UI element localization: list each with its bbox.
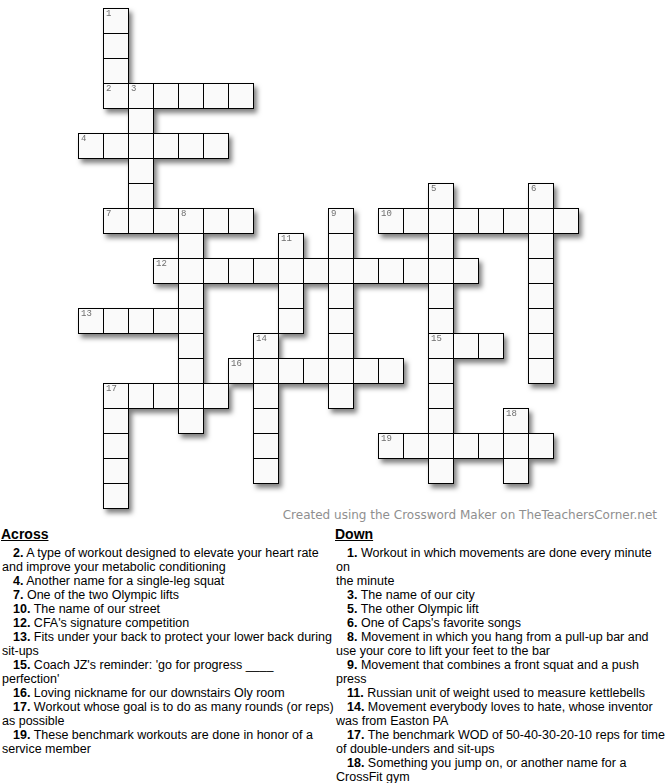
- clue-number: 11.: [347, 686, 364, 700]
- grid-cell[interactable]: [328, 283, 354, 309]
- grid-cell[interactable]: 16: [228, 358, 254, 384]
- clue-text: The benchmark WOD of 50-40-30-20-10 reps…: [364, 728, 665, 742]
- clue-item: 12. CFA's signature competition: [1, 616, 334, 630]
- grid-cell[interactable]: 11: [278, 233, 304, 259]
- clue-number: 18.: [347, 756, 364, 770]
- grid-cell[interactable]: [128, 133, 154, 159]
- grid-cell[interactable]: [528, 283, 554, 309]
- clue-text: These benchmark workouts are done in hon…: [30, 728, 313, 742]
- grid-cell[interactable]: [478, 208, 504, 234]
- grid-cell[interactable]: [178, 258, 204, 284]
- grid-cell[interactable]: [203, 258, 229, 284]
- grid-cell[interactable]: [178, 333, 204, 359]
- clue-text: The other Olympic lift: [357, 602, 478, 616]
- clue-text: and improve your metabolic conditioning: [2, 560, 226, 574]
- grid-cell[interactable]: [178, 358, 204, 384]
- grid-cell[interactable]: [503, 433, 529, 459]
- grid-cell[interactable]: [253, 433, 279, 459]
- grid-cell[interactable]: [403, 208, 429, 234]
- clue-text: One of Caps's favorite songs: [357, 616, 521, 630]
- grid-cell[interactable]: [328, 358, 354, 384]
- cell-number: 6: [531, 185, 536, 194]
- clue-text: The name of our city: [357, 588, 474, 602]
- grid-cell[interactable]: [253, 408, 279, 434]
- grid-cell[interactable]: [453, 333, 479, 359]
- clue-number: 2.: [13, 546, 23, 560]
- clue-item: 16. Loving nickname for our downstairs O…: [1, 686, 334, 700]
- grid-cell[interactable]: [428, 408, 454, 434]
- clue-number: 17.: [347, 728, 364, 742]
- grid-cell[interactable]: 3: [128, 83, 154, 109]
- grid-cell[interactable]: [103, 408, 129, 434]
- clue-text: Fits under your back to protect your low…: [30, 630, 332, 644]
- clue-text: as possible: [2, 714, 65, 728]
- grid-cell[interactable]: [178, 283, 204, 309]
- grid-cell[interactable]: [153, 208, 179, 234]
- clue-item: 11. Russian unit of weight used to measu…: [335, 686, 668, 700]
- grid-cell[interactable]: [178, 383, 204, 409]
- clue-item: 5. The other Olympic lift: [335, 602, 668, 616]
- grid-cell[interactable]: [328, 333, 354, 359]
- clue-text: CFA's signature competition: [30, 616, 189, 630]
- down-clues-section: Down 1. Workout in which movements are d…: [335, 527, 668, 783]
- cell-number: 10: [381, 210, 392, 219]
- cell-number: 3: [131, 85, 136, 94]
- cell-number: 11: [281, 235, 292, 244]
- grid-cell[interactable]: [353, 358, 379, 384]
- grid-cell[interactable]: 19: [378, 433, 404, 459]
- clue-item: 7. One of the two Olympic lifts: [1, 588, 334, 602]
- grid-cell[interactable]: [528, 233, 554, 259]
- clue-text: Workout in which movements are done ever…: [336, 546, 652, 574]
- cell-number: 18: [506, 410, 517, 419]
- grid-cell[interactable]: [253, 358, 279, 384]
- grid-cell[interactable]: [403, 258, 429, 284]
- cell-number: 8: [181, 210, 186, 219]
- grid-cell[interactable]: 15: [428, 333, 454, 359]
- grid-cell[interactable]: 10: [378, 208, 404, 234]
- grid-cell[interactable]: [303, 358, 329, 384]
- clue-item: 9. Movement that combines a front squat …: [335, 658, 668, 686]
- clue-text: service member: [2, 742, 91, 756]
- grid-cell[interactable]: [528, 358, 554, 384]
- grid-cell[interactable]: [103, 483, 129, 509]
- grid-cell[interactable]: [178, 308, 204, 334]
- clue-text: One of the two Olympic lifts: [23, 588, 179, 602]
- cell-number: 13: [81, 310, 92, 319]
- clue-number: 1.: [347, 546, 357, 560]
- grid-cell[interactable]: [428, 283, 454, 309]
- grid-cell[interactable]: [278, 258, 304, 284]
- cell-number: 5: [431, 185, 436, 194]
- grid-cell[interactable]: [378, 258, 404, 284]
- cell-number: 14: [256, 335, 267, 344]
- grid-cell[interactable]: [428, 383, 454, 409]
- grid-cell[interactable]: 8: [178, 208, 204, 234]
- clue-text: the minute: [336, 574, 394, 588]
- grid-cell[interactable]: [528, 208, 554, 234]
- clue-number: 14.: [347, 700, 364, 714]
- clue-item: 14. Movement everybody loves to hate, wh…: [335, 700, 668, 728]
- clue-text: Loving nickname for our downstairs Oly r…: [30, 686, 284, 700]
- grid-cell[interactable]: 4: [78, 133, 104, 159]
- grid-cell[interactable]: [428, 308, 454, 334]
- clue-text: Movement everybody loves to hate, whose …: [364, 700, 652, 714]
- grid-cell[interactable]: [528, 308, 554, 334]
- grid-cell[interactable]: [203, 133, 229, 159]
- clue-item: 19. These benchmark workouts are done in…: [1, 728, 334, 756]
- clue-number: 13.: [13, 630, 30, 644]
- grid-cell[interactable]: 1: [103, 8, 129, 34]
- clue-text: press: [336, 672, 367, 686]
- grid-cell[interactable]: [528, 258, 554, 284]
- grid-cell[interactable]: 7: [103, 208, 129, 234]
- grid-cell[interactable]: [278, 283, 304, 309]
- clue-text: sit-ups: [2, 644, 39, 658]
- grid-cell[interactable]: 17: [103, 383, 129, 409]
- grid-cell[interactable]: [553, 208, 579, 234]
- grid-cell[interactable]: [103, 433, 129, 459]
- clue-number: 9.: [347, 658, 357, 672]
- clue-text: A type of workout designed to elevate yo…: [23, 546, 318, 560]
- grid-cell[interactable]: [328, 258, 354, 284]
- clue-number: 4.: [13, 574, 23, 588]
- attribution-text: Created using the Crossword Maker on The…: [283, 508, 657, 522]
- clue-text: CrossFit gym: [336, 770, 410, 783]
- grid-cell[interactable]: [428, 458, 454, 484]
- grid-cell[interactable]: [153, 83, 179, 109]
- crossword-grid: 12345678910111213141516171819: [78, 8, 605, 535]
- cell-number: 2: [106, 85, 111, 94]
- grid-cell[interactable]: [378, 358, 404, 384]
- cell-number: 4: [81, 135, 86, 144]
- grid-cell[interactable]: 5: [428, 183, 454, 209]
- grid-cell[interactable]: [103, 33, 129, 59]
- grid-cell[interactable]: [428, 358, 454, 384]
- grid-cell[interactable]: [178, 133, 204, 159]
- clue-number: 10.: [13, 602, 30, 616]
- grid-cell[interactable]: [478, 433, 504, 459]
- grid-cell[interactable]: 12: [153, 258, 179, 284]
- grid-cell[interactable]: [453, 208, 479, 234]
- clue-text: Coach JZ's reminder: 'go for progress __…: [2, 658, 273, 686]
- clue-number: 12.: [13, 616, 30, 630]
- clue-number: 6.: [347, 616, 357, 630]
- clue-item: 6. One of Caps's favorite songs: [335, 616, 668, 630]
- grid-cell[interactable]: [128, 383, 154, 409]
- grid-cell[interactable]: [103, 458, 129, 484]
- grid-cell[interactable]: [178, 408, 204, 434]
- across-clues-section: Across 2. A type of workout designed to …: [1, 527, 334, 756]
- grid-cell[interactable]: [328, 233, 354, 259]
- cell-number: 1: [106, 10, 111, 19]
- grid-cell[interactable]: [278, 308, 304, 334]
- clue-item: 1. Workout in which movements are done e…: [335, 546, 668, 588]
- clue-text: Movement that combines a front squat and…: [357, 658, 638, 672]
- clue-item: 13. Fits under your back to protect your…: [1, 630, 334, 658]
- clue-item: 17. Workout whose goal is to do as many …: [1, 700, 334, 728]
- cell-number: 15: [431, 335, 442, 344]
- clue-item: 2. A type of workout designed to elevate…: [1, 546, 334, 574]
- grid-cell[interactable]: [528, 333, 554, 359]
- grid-cell[interactable]: 2: [103, 83, 129, 109]
- clue-text: use your core to lift your feet to the b…: [336, 644, 550, 658]
- clue-item: 8. Movement in which you hang from a pul…: [335, 630, 668, 658]
- grid-cell[interactable]: [153, 308, 179, 334]
- clue-number: 15.: [13, 658, 30, 672]
- cell-number: 9: [331, 210, 336, 219]
- grid-cell[interactable]: [228, 208, 254, 234]
- clue-item: 3. The name of our city: [335, 588, 668, 602]
- grid-cell[interactable]: [103, 133, 129, 159]
- cell-number: 7: [106, 210, 111, 219]
- clue-text: Movement in which you hang from a pull-u…: [357, 630, 648, 644]
- grid-cell[interactable]: [128, 183, 154, 209]
- grid-cell[interactable]: [453, 433, 479, 459]
- grid-cell[interactable]: [128, 208, 154, 234]
- grid-cell[interactable]: [253, 383, 279, 409]
- grid-cell[interactable]: [228, 83, 254, 109]
- clue-item: 4. Another name for a single-leg squat: [1, 574, 334, 588]
- clue-number: 17.: [13, 700, 30, 714]
- grid-cell[interactable]: [178, 233, 204, 259]
- grid-cell[interactable]: [128, 158, 154, 184]
- clue-item: 10. The name of our street: [1, 602, 334, 616]
- grid-cell[interactable]: [503, 208, 529, 234]
- cell-number: 17: [106, 385, 117, 394]
- clue-number: 19.: [13, 728, 30, 742]
- clue-number: 8.: [347, 630, 357, 644]
- grid-cell[interactable]: 14: [253, 333, 279, 359]
- across-heading: Across: [1, 527, 334, 542]
- grid-cell[interactable]: [478, 333, 504, 359]
- clue-item: 15. Coach JZ's reminder: 'go for progres…: [1, 658, 334, 686]
- clue-text: Workout whose goal is to do as many roun…: [30, 700, 333, 714]
- grid-cell[interactable]: [403, 433, 429, 459]
- clue-item: 18. Something you jump on, or another na…: [335, 756, 668, 783]
- grid-cell[interactable]: [253, 458, 279, 484]
- down-heading: Down: [335, 527, 668, 542]
- grid-cell[interactable]: [428, 433, 454, 459]
- grid-cell[interactable]: [253, 258, 279, 284]
- clue-text: Russian unit of weight used to measure k…: [364, 686, 645, 700]
- clue-text: Another name for a single-leg squat: [23, 574, 224, 588]
- grid-cell[interactable]: [528, 433, 554, 459]
- clue-text: was from Easton PA: [336, 714, 448, 728]
- grid-cell[interactable]: [428, 258, 454, 284]
- crossword-page: 12345678910111213141516171819 Created us…: [0, 0, 669, 783]
- grid-cell[interactable]: [203, 83, 229, 109]
- grid-cell[interactable]: [203, 208, 229, 234]
- down-clue-list: 1. Workout in which movements are done e…: [335, 546, 668, 783]
- grid-cell[interactable]: [503, 458, 529, 484]
- across-clue-list: 2. A type of workout designed to elevate…: [1, 546, 334, 756]
- clue-text: of double-unders and sit-ups: [336, 742, 494, 756]
- grid-cell[interactable]: 18: [503, 408, 529, 434]
- grid-cell[interactable]: [428, 233, 454, 259]
- grid-cell[interactable]: [303, 258, 329, 284]
- grid-cell[interactable]: [353, 258, 379, 284]
- clue-number: 5.: [347, 602, 357, 616]
- grid-cell[interactable]: 13: [78, 308, 104, 334]
- grid-cell[interactable]: [153, 383, 179, 409]
- clue-number: 16.: [13, 686, 30, 700]
- grid-cell[interactable]: [428, 208, 454, 234]
- grid-cell[interactable]: [178, 83, 204, 109]
- grid-cell[interactable]: [453, 258, 479, 284]
- clue-text: Something you jump on, or another name f…: [364, 756, 626, 770]
- grid-cell[interactable]: [103, 308, 129, 334]
- grid-cell[interactable]: [128, 308, 154, 334]
- clue-number: 3.: [347, 588, 357, 602]
- clue-item: 17. The benchmark WOD of 50-40-30-20-10 …: [335, 728, 668, 756]
- grid-cell[interactable]: [153, 133, 179, 159]
- grid-cell[interactable]: [328, 383, 354, 409]
- grid-cell[interactable]: [328, 308, 354, 334]
- clue-text: The name of our street: [30, 602, 160, 616]
- grid-cell[interactable]: [228, 258, 254, 284]
- cell-number: 16: [231, 360, 242, 369]
- grid-cell[interactable]: [203, 383, 229, 409]
- grid-cell[interactable]: [278, 358, 304, 384]
- grid-cell[interactable]: [128, 108, 154, 134]
- grid-cell[interactable]: [103, 58, 129, 84]
- grid-cell[interactable]: 6: [528, 183, 554, 209]
- grid-cell[interactable]: 9: [328, 208, 354, 234]
- cell-number: 12: [156, 260, 167, 269]
- clue-number: 7.: [13, 588, 23, 602]
- cell-number: 19: [381, 435, 392, 444]
